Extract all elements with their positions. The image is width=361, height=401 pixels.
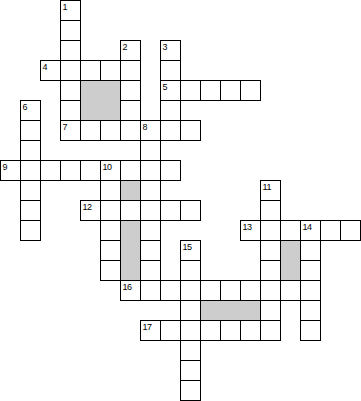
cell-r9c5[interactable] <box>100 180 121 201</box>
cell-r11c16[interactable] <box>320 220 341 241</box>
cell-r16c9[interactable] <box>180 320 201 341</box>
cell-r8c6[interactable] <box>120 160 141 181</box>
cell-r13c13[interactable] <box>260 260 281 281</box>
cell-r10c6[interactable] <box>120 200 141 221</box>
cell-r9c7[interactable] <box>140 180 161 201</box>
cell-r6c8[interactable] <box>160 120 181 141</box>
cell-r6c5[interactable] <box>100 120 121 141</box>
cell-r6c4[interactable] <box>80 120 101 141</box>
cell-r10c7[interactable] <box>140 200 161 221</box>
cell-r11c5[interactable] <box>100 220 121 241</box>
cell-r14c13[interactable] <box>260 280 281 301</box>
cell-r11c7[interactable] <box>140 220 161 241</box>
cell-r13c7[interactable] <box>140 260 161 281</box>
cell-r2c6[interactable] <box>120 40 141 61</box>
cell-r6c7[interactable] <box>140 120 161 141</box>
cell-r12c7[interactable] <box>140 240 161 261</box>
cell-r8c5[interactable] <box>100 160 121 181</box>
cell-r14c12[interactable] <box>240 280 261 301</box>
cell-r13c15[interactable] <box>300 260 321 281</box>
cell-r18c9[interactable] <box>180 360 201 381</box>
cell-r7c1[interactable] <box>20 140 41 161</box>
cell-r4c10[interactable] <box>200 80 221 101</box>
cell-r4c8[interactable] <box>160 80 181 101</box>
cell-r8c3[interactable] <box>60 160 81 181</box>
cell-r10c1[interactable] <box>20 200 41 221</box>
shaded-block-r9c6[interactable] <box>120 180 141 201</box>
shaded-block-r12c14[interactable] <box>280 240 301 281</box>
cell-r14c15[interactable] <box>300 280 321 301</box>
cell-r11c14[interactable] <box>280 220 301 241</box>
cell-r9c1[interactable] <box>20 180 41 201</box>
cell-r11c15[interactable] <box>300 220 321 241</box>
cell-r12c15[interactable] <box>300 240 321 261</box>
cell-r10c4[interactable] <box>80 200 101 221</box>
cell-r8c2[interactable] <box>40 160 61 181</box>
cell-r4c6[interactable] <box>120 80 141 101</box>
cell-r8c7[interactable] <box>140 160 161 181</box>
cell-r14c8[interactable] <box>160 280 181 301</box>
cell-r8c0[interactable] <box>0 160 21 181</box>
cell-r10c13[interactable] <box>260 200 281 221</box>
cell-r16c8[interactable] <box>160 320 181 341</box>
shaded-block-r4c4[interactable] <box>80 80 121 121</box>
cell-r13c5[interactable] <box>100 260 121 281</box>
cell-r6c1[interactable] <box>20 120 41 141</box>
cell-r11c1[interactable] <box>20 220 41 241</box>
cell-r6c3[interactable] <box>60 120 81 141</box>
cell-r14c10[interactable] <box>200 280 221 301</box>
cell-r14c9[interactable] <box>180 280 201 301</box>
cell-r13c9[interactable] <box>180 260 201 281</box>
cell-r11c17[interactable] <box>340 220 361 241</box>
cell-r12c9[interactable] <box>180 240 201 261</box>
cell-r3c8[interactable] <box>160 60 181 81</box>
shaded-block-r11c6[interactable] <box>120 220 141 281</box>
cell-r15c13[interactable] <box>260 300 281 321</box>
cell-r8c1[interactable] <box>20 160 41 181</box>
cell-r19c9[interactable] <box>180 380 201 401</box>
cell-r12c13[interactable] <box>260 240 281 261</box>
cell-r6c9[interactable] <box>180 120 201 141</box>
cell-r5c6[interactable] <box>120 100 141 121</box>
crossword-board: 1234567891011121314151617 <box>0 0 361 401</box>
cell-r3c6[interactable] <box>120 60 141 81</box>
cell-r3c2[interactable] <box>40 60 61 81</box>
cell-r16c10[interactable] <box>200 320 221 341</box>
cell-r16c15[interactable] <box>300 320 321 341</box>
cell-r11c13[interactable] <box>260 220 281 241</box>
cell-r12c5[interactable] <box>100 240 121 261</box>
cell-r5c8[interactable] <box>160 100 181 121</box>
cell-r14c7[interactable] <box>140 280 161 301</box>
cell-r5c3[interactable] <box>60 100 81 121</box>
cell-r8c8[interactable] <box>160 160 181 181</box>
cell-r2c3[interactable] <box>60 40 81 61</box>
cell-r17c9[interactable] <box>180 340 201 361</box>
shaded-block-r15c10[interactable] <box>200 300 261 321</box>
cell-r5c1[interactable] <box>20 100 41 121</box>
cell-r10c5[interactable] <box>100 200 121 221</box>
cell-r10c9[interactable] <box>180 200 201 221</box>
cell-r2c8[interactable] <box>160 40 181 61</box>
cell-r16c7[interactable] <box>140 320 161 341</box>
cell-r4c3[interactable] <box>60 80 81 101</box>
cell-r15c9[interactable] <box>180 300 201 321</box>
cell-r0c3[interactable] <box>60 0 81 21</box>
cell-r11c12[interactable] <box>240 220 261 241</box>
cell-r9c13[interactable] <box>260 180 281 201</box>
cell-r8c4[interactable] <box>80 160 101 181</box>
cell-r3c3[interactable] <box>60 60 81 81</box>
cell-r7c7[interactable] <box>140 140 161 161</box>
cell-r6c6[interactable] <box>120 120 141 141</box>
cell-r14c14[interactable] <box>280 280 301 301</box>
cell-r4c11[interactable] <box>220 80 241 101</box>
cell-r1c3[interactable] <box>60 20 81 41</box>
cell-r4c12[interactable] <box>240 80 261 101</box>
cell-r3c4[interactable] <box>80 60 101 81</box>
cell-r3c5[interactable] <box>100 60 121 81</box>
cell-r15c15[interactable] <box>300 300 321 321</box>
cell-r10c8[interactable] <box>160 200 181 221</box>
cell-r16c11[interactable] <box>220 320 241 341</box>
cell-r14c11[interactable] <box>220 280 241 301</box>
cell-r4c9[interactable] <box>180 80 201 101</box>
cell-r14c6[interactable] <box>120 280 141 301</box>
cell-r16c12[interactable] <box>240 320 261 341</box>
cell-r16c13[interactable] <box>260 320 281 341</box>
